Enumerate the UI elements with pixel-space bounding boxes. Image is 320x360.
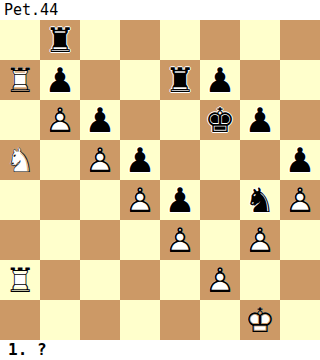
square-g2[interactable] — [240, 260, 280, 300]
square-c4[interactable] — [80, 180, 120, 220]
square-g5[interactable] — [240, 140, 280, 180]
square-c7[interactable] — [80, 60, 120, 100]
white-pawn-piece: ♙ — [40, 100, 80, 140]
square-c8[interactable] — [80, 20, 120, 60]
square-b4[interactable] — [40, 180, 80, 220]
chess-board: ♜♜♖♟♜♟♟♙♟♚♟♞♘♟♙♟♟♟♙♟♞♟♙♟♙♟♙♜♖♟♙♚♔ — [0, 20, 320, 340]
black-pawn-piece: ♟ — [160, 180, 200, 220]
square-d4[interactable]: ♟♙ — [120, 180, 160, 220]
square-e3[interactable]: ♟♙ — [160, 220, 200, 260]
black-knight-piece: ♞ — [240, 180, 280, 220]
black-pawn-piece: ♟ — [80, 100, 120, 140]
square-e6[interactable] — [160, 100, 200, 140]
square-h2[interactable] — [280, 260, 320, 300]
square-d1[interactable] — [120, 300, 160, 340]
square-b5[interactable] — [40, 140, 80, 180]
square-d7[interactable] — [120, 60, 160, 100]
black-pawn-piece: ♟ — [280, 140, 320, 180]
square-h4[interactable]: ♟♙ — [280, 180, 320, 220]
move-prompt: 1. ? — [0, 340, 320, 360]
square-a6[interactable] — [0, 100, 40, 140]
square-e1[interactable] — [160, 300, 200, 340]
square-c6[interactable]: ♟ — [80, 100, 120, 140]
white-pawn-piece: ♙ — [280, 180, 320, 220]
square-e4[interactable]: ♟ — [160, 180, 200, 220]
square-b6[interactable]: ♟♙ — [40, 100, 80, 140]
square-g4[interactable]: ♞ — [240, 180, 280, 220]
square-e5[interactable] — [160, 140, 200, 180]
black-rook-piece: ♜ — [160, 60, 200, 100]
black-pawn-piece: ♟ — [120, 140, 160, 180]
square-a7[interactable]: ♜♖ — [0, 60, 40, 100]
square-a2[interactable]: ♜♖ — [0, 260, 40, 300]
square-f2[interactable]: ♟♙ — [200, 260, 240, 300]
square-f4[interactable] — [200, 180, 240, 220]
square-d5[interactable]: ♟ — [120, 140, 160, 180]
square-f1[interactable] — [200, 300, 240, 340]
square-e7[interactable]: ♜ — [160, 60, 200, 100]
square-a8[interactable] — [0, 20, 40, 60]
square-b8[interactable]: ♜ — [40, 20, 80, 60]
square-b3[interactable] — [40, 220, 80, 260]
black-rook-piece: ♜ — [40, 20, 80, 60]
square-f8[interactable] — [200, 20, 240, 60]
square-f7[interactable]: ♟ — [200, 60, 240, 100]
square-a5[interactable]: ♞♘ — [0, 140, 40, 180]
black-pawn-piece: ♟ — [200, 60, 240, 100]
square-g6[interactable]: ♟ — [240, 100, 280, 140]
square-g8[interactable] — [240, 20, 280, 60]
square-a3[interactable] — [0, 220, 40, 260]
square-h5[interactable]: ♟ — [280, 140, 320, 180]
square-e8[interactable] — [160, 20, 200, 60]
square-c1[interactable] — [80, 300, 120, 340]
square-g3[interactable]: ♟♙ — [240, 220, 280, 260]
square-g7[interactable] — [240, 60, 280, 100]
square-f5[interactable] — [200, 140, 240, 180]
square-h6[interactable] — [280, 100, 320, 140]
square-a4[interactable] — [0, 180, 40, 220]
white-pawn-piece: ♙ — [240, 220, 280, 260]
square-c2[interactable] — [80, 260, 120, 300]
black-king-piece: ♚ — [200, 100, 240, 140]
square-e2[interactable] — [160, 260, 200, 300]
square-b1[interactable] — [40, 300, 80, 340]
square-h8[interactable] — [280, 20, 320, 60]
black-pawn-piece: ♟ — [40, 60, 80, 100]
square-d3[interactable] — [120, 220, 160, 260]
square-f3[interactable] — [200, 220, 240, 260]
white-king-piece: ♔ — [240, 300, 280, 340]
white-rook-piece: ♖ — [0, 260, 40, 300]
square-d8[interactable] — [120, 20, 160, 60]
square-h3[interactable] — [280, 220, 320, 260]
square-c3[interactable] — [80, 220, 120, 260]
black-pawn-piece: ♟ — [240, 100, 280, 140]
square-b2[interactable] — [40, 260, 80, 300]
square-d6[interactable] — [120, 100, 160, 140]
square-c5[interactable]: ♟♙ — [80, 140, 120, 180]
white-pawn-piece: ♙ — [80, 140, 120, 180]
white-pawn-piece: ♙ — [160, 220, 200, 260]
square-h1[interactable] — [280, 300, 320, 340]
square-b7[interactable]: ♟ — [40, 60, 80, 100]
square-g1[interactable]: ♚♔ — [240, 300, 280, 340]
square-d2[interactable] — [120, 260, 160, 300]
white-knight-piece: ♘ — [0, 140, 40, 180]
diagram-title: Pet.44 — [0, 0, 320, 20]
white-pawn-piece: ♙ — [120, 180, 160, 220]
square-h7[interactable] — [280, 60, 320, 100]
white-pawn-piece: ♙ — [200, 260, 240, 300]
square-f6[interactable]: ♚ — [200, 100, 240, 140]
square-a1[interactable] — [0, 300, 40, 340]
white-rook-piece: ♖ — [0, 60, 40, 100]
